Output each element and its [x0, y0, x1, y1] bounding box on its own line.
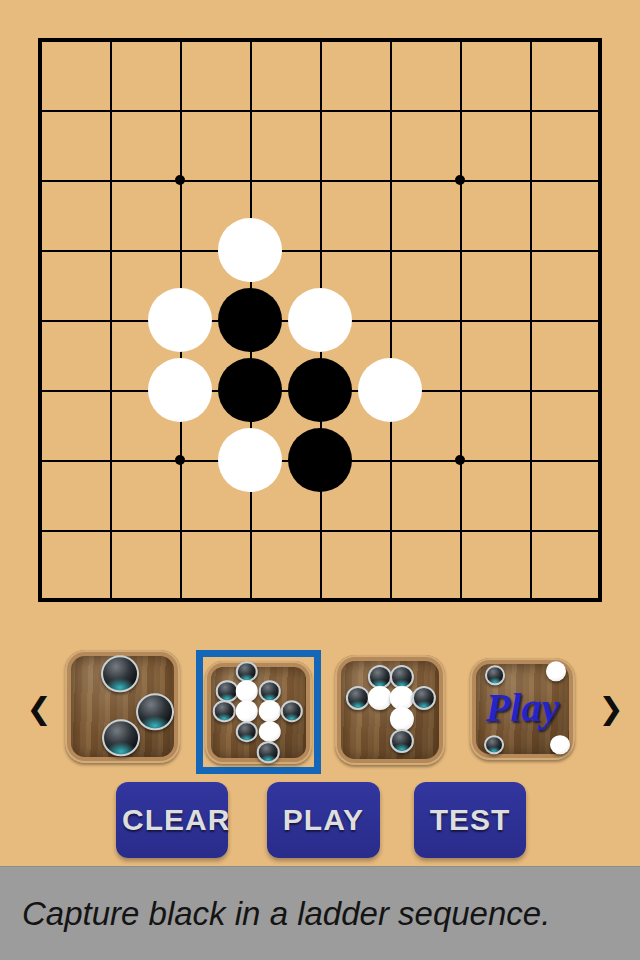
- intersection-1-1[interactable]: [75, 75, 145, 145]
- mini-white-stone: [259, 721, 281, 743]
- intersection-7-2[interactable]: [495, 145, 565, 215]
- test-button[interactable]: TEST: [414, 782, 526, 858]
- intersection-3-0[interactable]: [215, 5, 285, 75]
- intersection-7-3[interactable]: [495, 215, 565, 285]
- white-stone: [148, 358, 212, 422]
- mini-black-stone: [390, 729, 414, 753]
- app-screen: ❮ Play ❯ CLEAR PLAY TEST Capture black i…: [0, 0, 640, 960]
- white-stone: [218, 218, 282, 282]
- board-grid: [5, 5, 635, 635]
- intersection-2-5[interactable]: [145, 355, 215, 425]
- play-button[interactable]: PLAY: [267, 782, 380, 858]
- intersection-8-2[interactable]: [565, 145, 635, 215]
- intersection-7-4[interactable]: [495, 285, 565, 355]
- caption-bar: Capture black in a ladder sequence.: [0, 866, 640, 960]
- intersection-3-7[interactable]: [215, 495, 285, 565]
- intersection-5-5[interactable]: [355, 355, 425, 425]
- intersection-2-8[interactable]: [145, 565, 215, 635]
- mini-black-stone: [412, 686, 436, 710]
- clear-button[interactable]: CLEAR: [116, 782, 228, 858]
- intersection-4-1[interactable]: [285, 75, 355, 145]
- intersection-5-7[interactable]: [355, 495, 425, 565]
- black-stone: [288, 428, 352, 492]
- intersection-3-4[interactable]: [215, 285, 285, 355]
- intersection-0-8[interactable]: [5, 565, 75, 635]
- intersection-2-1[interactable]: [145, 75, 215, 145]
- intersection-0-0[interactable]: [5, 5, 75, 75]
- star-point: [455, 175, 465, 185]
- mini-black-stone: [484, 735, 504, 754]
- mini-white-stone: [235, 680, 257, 702]
- intersection-4-6[interactable]: [285, 425, 355, 495]
- intersection-1-8[interactable]: [75, 565, 145, 635]
- puzzle-tile-3[interactable]: [335, 655, 445, 765]
- intersection-0-6[interactable]: [5, 425, 75, 495]
- play-tile[interactable]: Play: [470, 658, 575, 760]
- intersection-0-3[interactable]: [5, 215, 75, 285]
- intersection-5-6[interactable]: [355, 425, 425, 495]
- carousel-next-button[interactable]: ❯: [596, 690, 626, 728]
- intersection-8-8[interactable]: [565, 565, 635, 635]
- puzzle-tile-1[interactable]: [65, 650, 180, 763]
- intersection-0-5[interactable]: [5, 355, 75, 425]
- intersection-3-3[interactable]: [215, 215, 285, 285]
- mini-black-stone: [101, 655, 139, 692]
- black-stone: [218, 288, 282, 352]
- mini-black-stone: [136, 694, 174, 731]
- puzzle-tile-2-selected[interactable]: [205, 661, 312, 764]
- intersection-7-0[interactable]: [495, 5, 565, 75]
- intersection-5-3[interactable]: [355, 215, 425, 285]
- intersection-4-5[interactable]: [285, 355, 355, 425]
- intersection-7-6[interactable]: [495, 425, 565, 495]
- intersection-7-8[interactable]: [495, 565, 565, 635]
- intersection-6-5[interactable]: [425, 355, 495, 425]
- intersection-0-7[interactable]: [5, 495, 75, 565]
- intersection-8-7[interactable]: [565, 495, 635, 565]
- go-board: [0, 0, 640, 640]
- intersection-4-0[interactable]: [285, 5, 355, 75]
- intersection-8-4[interactable]: [565, 285, 635, 355]
- intersection-4-7[interactable]: [285, 495, 355, 565]
- intersection-0-4[interactable]: [5, 285, 75, 355]
- white-stone: [148, 288, 212, 352]
- intersection-6-8[interactable]: [425, 565, 495, 635]
- selected-tile-frame: [196, 650, 321, 774]
- intersection-8-5[interactable]: [565, 355, 635, 425]
- white-stone: [358, 358, 422, 422]
- intersection-6-3[interactable]: [425, 215, 495, 285]
- intersection-6-0[interactable]: [425, 5, 495, 75]
- intersection-1-7[interactable]: [75, 495, 145, 565]
- intersection-5-1[interactable]: [355, 75, 425, 145]
- intersection-3-6[interactable]: [215, 425, 285, 495]
- star-point: [175, 455, 185, 465]
- intersection-4-3[interactable]: [285, 215, 355, 285]
- mini-black-stone: [259, 680, 281, 702]
- star-point: [175, 175, 185, 185]
- intersection-8-1[interactable]: [565, 75, 635, 145]
- intersection-5-0[interactable]: [355, 5, 425, 75]
- mini-black-stone: [213, 701, 235, 723]
- intersection-0-2[interactable]: [5, 145, 75, 215]
- intersection-5-8[interactable]: [355, 565, 425, 635]
- intersection-1-0[interactable]: [75, 5, 145, 75]
- intersection-3-8[interactable]: [215, 565, 285, 635]
- mini-white-stone: [235, 701, 257, 723]
- mini-black-stone: [102, 719, 140, 756]
- intersection-2-3[interactable]: [145, 215, 215, 285]
- star-point: [455, 455, 465, 465]
- white-stone: [218, 428, 282, 492]
- white-stone: [288, 288, 352, 352]
- mini-white-stone: [259, 701, 281, 723]
- intersection-7-7[interactable]: [495, 495, 565, 565]
- intersection-2-7[interactable]: [145, 495, 215, 565]
- intersection-3-1[interactable]: [215, 75, 285, 145]
- play-tile-label: Play: [470, 684, 575, 731]
- mini-white-stone: [368, 686, 392, 710]
- intersection-3-5[interactable]: [215, 355, 285, 425]
- black-stone: [288, 358, 352, 422]
- intersection-6-1[interactable]: [425, 75, 495, 145]
- intersection-8-6[interactable]: [565, 425, 635, 495]
- intersection-7-5[interactable]: [495, 355, 565, 425]
- puzzle-instruction: Capture black in a ladder sequence.: [22, 895, 550, 933]
- intersection-5-4[interactable]: [355, 285, 425, 355]
- intersection-1-2[interactable]: [75, 145, 145, 215]
- intersection-4-8[interactable]: [285, 565, 355, 635]
- mini-black-stone: [485, 666, 505, 685]
- intersection-0-1[interactable]: [5, 75, 75, 145]
- mini-black-stone: [257, 741, 279, 763]
- mini-white-stone: [546, 662, 566, 681]
- intersection-1-6[interactable]: [75, 425, 145, 495]
- intersection-8-3[interactable]: [565, 215, 635, 285]
- intersection-6-7[interactable]: [425, 495, 495, 565]
- intersection-3-2[interactable]: [215, 145, 285, 215]
- black-stone: [218, 358, 282, 422]
- intersection-4-4[interactable]: [285, 285, 355, 355]
- mini-black-stone: [346, 686, 370, 710]
- intersection-1-4[interactable]: [75, 285, 145, 355]
- mini-black-stone: [280, 701, 302, 723]
- intersection-7-1[interactable]: [495, 75, 565, 145]
- intersection-2-4[interactable]: [145, 285, 215, 355]
- intersection-1-3[interactable]: [75, 215, 145, 285]
- mini-white-stone: [390, 707, 414, 731]
- intersection-8-0[interactable]: [565, 5, 635, 75]
- intersection-5-2[interactable]: [355, 145, 425, 215]
- intersection-6-4[interactable]: [425, 285, 495, 355]
- intersection-1-5[interactable]: [75, 355, 145, 425]
- intersection-2-0[interactable]: [145, 5, 215, 75]
- mini-white-stone: [550, 735, 570, 754]
- mini-black-stone: [235, 721, 257, 743]
- carousel-prev-button[interactable]: ❮: [24, 690, 54, 728]
- intersection-4-2[interactable]: [285, 145, 355, 215]
